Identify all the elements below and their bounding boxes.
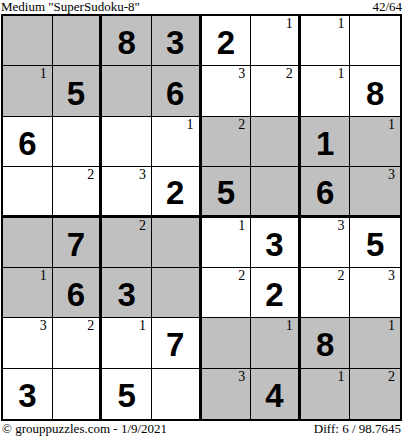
cell-r6c8[interactable]: 3 [350, 268, 400, 318]
cell-r1c5[interactable]: 2 [202, 16, 252, 66]
cell-r3c4[interactable]: 1 [152, 117, 202, 167]
header: Medium "SuperSudoku-8" 42/64 [0, 0, 403, 14]
pencil-mark: 2 [139, 219, 146, 233]
pencil-mark: 1 [139, 319, 146, 333]
cell-r3c8[interactable]: 1 [350, 117, 400, 167]
puzzle-title: Medium "SuperSudoku-8" [1, 0, 140, 13]
cell-r4c1[interactable] [3, 167, 53, 217]
cell-r8c7[interactable]: 1 [301, 369, 351, 419]
pencil-mark: 3 [139, 168, 146, 182]
given-digit: 5 [67, 77, 85, 110]
cell-r4c3[interactable]: 3 [102, 167, 152, 217]
given-digit: 6 [67, 278, 85, 311]
cell-r2c4[interactable]: 6 [152, 66, 202, 116]
pencil-mark: 1 [388, 319, 395, 333]
cell-r4c6[interactable] [251, 167, 301, 217]
pencil-mark: 1 [337, 17, 344, 31]
given-digit: 7 [67, 228, 85, 261]
cell-r2c3[interactable] [102, 66, 152, 116]
cell-r5c3[interactable]: 2 [102, 218, 152, 268]
given-digit: 3 [166, 26, 184, 59]
given-digit: 8 [366, 77, 384, 110]
cell-r7c7[interactable]: 8 [301, 318, 351, 368]
cell-r2c1[interactable]: 1 [3, 66, 53, 116]
given-digit: 3 [117, 278, 135, 311]
cell-r4c7[interactable]: 6 [301, 167, 351, 217]
cell-r1c8[interactable] [350, 16, 400, 66]
given-digit: 5 [217, 176, 235, 209]
cell-r4c8[interactable]: 3 [350, 167, 400, 217]
cell-r5c4[interactable] [152, 218, 202, 268]
pencil-mark: 1 [286, 319, 293, 333]
cell-r5c2[interactable]: 7 [53, 218, 103, 268]
cell-r8c4[interactable] [152, 369, 202, 419]
cell-r1c6[interactable]: 1 [251, 16, 301, 66]
given-digit: 6 [316, 176, 334, 209]
pencil-mark: 2 [238, 269, 245, 283]
cell-r2c5[interactable]: 3 [202, 66, 252, 116]
pencil-mark: 1 [40, 67, 47, 81]
pencil-mark: 2 [87, 168, 94, 182]
pencil-mark: 1 [238, 219, 245, 233]
cell-r3c2[interactable] [53, 117, 103, 167]
given-digit: 1 [316, 127, 334, 160]
cell-r6c4[interactable] [152, 268, 202, 318]
cell-r7c8[interactable]: 1 [350, 318, 400, 368]
given-digit: 3 [265, 228, 283, 261]
given-digit: 8 [316, 328, 334, 361]
pencil-mark: 2 [238, 118, 245, 132]
cell-r5c7[interactable]: 3 [301, 218, 351, 268]
cell-counter: 42/64 [372, 0, 402, 13]
cell-r1c3[interactable]: 8 [102, 16, 152, 66]
given-digit: 5 [366, 228, 384, 261]
pencil-mark: 2 [388, 370, 395, 384]
footer: © grouppuzzles.com - 1/9/2021 Diff: 6 / … [0, 421, 403, 437]
pencil-mark: 1 [286, 17, 293, 31]
given-digit: 2 [265, 278, 283, 311]
cell-r5c6[interactable]: 3 [251, 218, 301, 268]
cell-r1c1[interactable] [3, 16, 53, 66]
cell-r6c3[interactable]: 3 [102, 268, 152, 318]
given-digit: 7 [166, 328, 184, 361]
cell-r5c8[interactable]: 5 [350, 218, 400, 268]
given-digit: 4 [265, 379, 283, 412]
pencil-mark: 1 [337, 67, 344, 81]
cell-r3c6[interactable] [251, 117, 301, 167]
cell-r7c1[interactable]: 3 [3, 318, 53, 368]
given-digit: 8 [117, 26, 135, 59]
cell-r3c7[interactable]: 1 [301, 117, 351, 167]
pencil-mark: 2 [337, 269, 344, 283]
given-digit: 6 [166, 77, 184, 110]
copyright-text: © grouppuzzles.com - 1/9/2021 [2, 421, 167, 437]
given-digit: 2 [166, 176, 184, 209]
cell-r4c2[interactable]: 2 [53, 167, 103, 217]
cell-r8c1[interactable]: 3 [3, 369, 53, 419]
pencil-mark: 1 [337, 370, 344, 384]
cell-r8c5[interactable]: 3 [202, 369, 252, 419]
cell-r7c2[interactable]: 2 [53, 318, 103, 368]
cell-r4c5[interactable]: 5 [202, 167, 252, 217]
cell-r7c4[interactable]: 7 [152, 318, 202, 368]
cell-r7c3[interactable]: 1 [102, 318, 152, 368]
cell-r8c8[interactable]: 2 [350, 369, 400, 419]
cell-r2c6[interactable]: 2 [251, 66, 301, 116]
cell-r2c2[interactable]: 5 [53, 66, 103, 116]
cell-r2c8[interactable]: 8 [350, 66, 400, 116]
pencil-mark: 3 [388, 168, 395, 182]
cell-r6c7[interactable]: 2 [301, 268, 351, 318]
pencil-mark: 3 [388, 269, 395, 283]
given-digit: 6 [18, 127, 36, 160]
puzzle-page: Medium "SuperSudoku-8" 42/64 83211156321… [0, 0, 403, 437]
difficulty-text: Diff: 6 / 98.7645 [314, 421, 401, 437]
given-digit: 3 [18, 379, 36, 412]
cell-r5c5[interactable]: 1 [202, 218, 252, 268]
pencil-mark: 2 [286, 67, 293, 81]
cell-r1c4[interactable]: 3 [152, 16, 202, 66]
cell-r3c3[interactable] [102, 117, 152, 167]
pencil-mark: 3 [337, 219, 344, 233]
cell-r7c5[interactable] [202, 318, 252, 368]
cell-r6c5[interactable]: 2 [202, 268, 252, 318]
pencil-mark: 1 [40, 269, 47, 283]
pencil-mark: 1 [187, 118, 194, 132]
cell-r6c2[interactable]: 6 [53, 268, 103, 318]
pencil-mark: 3 [238, 67, 245, 81]
cell-r8c2[interactable] [53, 369, 103, 419]
sudoku-grid: 8321115632186121123256372133516322233217… [1, 14, 402, 421]
cell-r8c6[interactable]: 4 [251, 369, 301, 419]
cell-r6c1[interactable]: 1 [3, 268, 53, 318]
cell-r7c6[interactable]: 1 [251, 318, 301, 368]
pencil-mark: 1 [388, 118, 395, 132]
given-digit: 5 [117, 379, 135, 412]
cell-r3c5[interactable]: 2 [202, 117, 252, 167]
cell-r5c1[interactable] [3, 218, 53, 268]
cell-r8c3[interactable]: 5 [102, 369, 152, 419]
pencil-mark: 3 [40, 319, 47, 333]
cell-r6c6[interactable]: 2 [251, 268, 301, 318]
given-digit: 2 [217, 26, 235, 59]
cell-r2c7[interactable]: 1 [301, 66, 351, 116]
pencil-mark: 3 [238, 370, 245, 384]
cell-r1c2[interactable] [53, 16, 103, 66]
pencil-mark: 2 [87, 319, 94, 333]
cell-r3c1[interactable]: 6 [3, 117, 53, 167]
cell-r1c7[interactable]: 1 [301, 16, 351, 66]
cell-r4c4[interactable]: 2 [152, 167, 202, 217]
